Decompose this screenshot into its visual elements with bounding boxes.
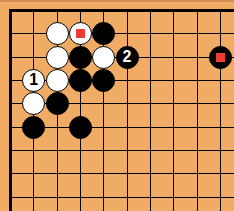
grid-line-vertical xyxy=(220,9,221,211)
grid-line-vertical xyxy=(127,9,128,211)
grid-line-vertical xyxy=(150,9,151,211)
grid-line-horizontal xyxy=(9,150,234,151)
black-stone xyxy=(92,69,115,92)
move-number-label: 1 xyxy=(29,72,38,88)
white-stone-move-1: 1 xyxy=(22,69,45,92)
grid-line-horizontal xyxy=(9,197,234,198)
grid-line-horizontal xyxy=(9,33,234,34)
board-top-shading xyxy=(0,0,234,2)
white-stone xyxy=(46,46,69,69)
go-board-diagram: 21 xyxy=(0,0,234,211)
grid-line-vertical xyxy=(197,9,198,211)
white-stone xyxy=(46,69,69,92)
white-stone xyxy=(22,92,45,115)
black-stone xyxy=(69,69,92,92)
grid-line-horizontal xyxy=(9,173,234,174)
black-stone xyxy=(92,22,115,45)
board-edge-line-left xyxy=(9,9,12,211)
black-stone-marked xyxy=(209,46,232,69)
square-mark xyxy=(216,53,225,62)
move-number-label: 2 xyxy=(123,49,132,65)
black-stone xyxy=(69,46,92,69)
board-edge-line-top xyxy=(9,9,234,12)
black-stone-move-2: 2 xyxy=(116,46,139,69)
black-stone xyxy=(69,116,92,139)
square-mark xyxy=(76,29,85,38)
grid-line-vertical xyxy=(173,9,174,211)
white-stone-marked xyxy=(69,22,92,45)
black-stone xyxy=(22,116,45,139)
white-stone xyxy=(92,46,115,69)
white-stone xyxy=(46,22,69,45)
black-stone xyxy=(46,92,69,115)
